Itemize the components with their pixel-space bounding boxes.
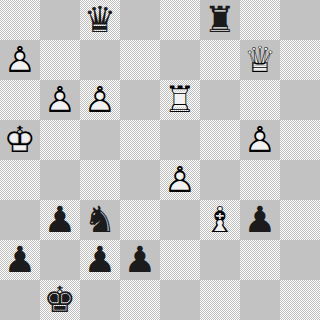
- black-rook-piece[interactable]: ♜: [200, 0, 240, 40]
- white-pawn-outline: ♙: [40, 80, 80, 120]
- square-c8[interactable]: ♛: [80, 0, 120, 40]
- square-h4[interactable]: [280, 160, 320, 200]
- white-queen-piece[interactable]: ♛♕: [240, 40, 280, 80]
- black-king-fill: ♚: [40, 280, 80, 320]
- square-h6[interactable]: [280, 80, 320, 120]
- square-g1[interactable]: [240, 280, 280, 320]
- chess-board: ♛♜♟♙♛♕♟♙♟♙♜♖♚♔♟♙♟♙♟♞♝♗♟♟♟♟♚: [0, 0, 320, 320]
- black-pawn-piece[interactable]: ♟: [240, 200, 280, 240]
- square-h8[interactable]: [280, 0, 320, 40]
- square-b2[interactable]: [40, 240, 80, 280]
- white-pawn-piece[interactable]: ♟♙: [240, 120, 280, 160]
- square-b8[interactable]: [40, 0, 80, 40]
- square-g2[interactable]: [240, 240, 280, 280]
- square-c4[interactable]: [80, 160, 120, 200]
- square-g8[interactable]: [240, 0, 280, 40]
- white-king-piece[interactable]: ♚♔: [0, 120, 40, 160]
- square-d5[interactable]: [120, 120, 160, 160]
- white-bishop-piece[interactable]: ♝♗: [200, 200, 240, 240]
- square-e1[interactable]: [160, 280, 200, 320]
- square-d6[interactable]: [120, 80, 160, 120]
- white-pawn-piece[interactable]: ♟♙: [40, 80, 80, 120]
- square-e3[interactable]: [160, 200, 200, 240]
- square-a3[interactable]: [0, 200, 40, 240]
- square-c2[interactable]: ♟: [80, 240, 120, 280]
- black-pawn-fill: ♟: [240, 200, 280, 240]
- square-h7[interactable]: [280, 40, 320, 80]
- square-a6[interactable]: [0, 80, 40, 120]
- white-queen-outline: ♕: [240, 40, 280, 80]
- square-a8[interactable]: [0, 0, 40, 40]
- square-g4[interactable]: [240, 160, 280, 200]
- black-queen-fill: ♛: [80, 0, 120, 40]
- black-pawn-fill: ♟: [80, 240, 120, 280]
- square-e8[interactable]: [160, 0, 200, 40]
- square-e5[interactable]: [160, 120, 200, 160]
- square-e7[interactable]: [160, 40, 200, 80]
- white-king-outline: ♔: [0, 120, 40, 160]
- square-f5[interactable]: [200, 120, 240, 160]
- square-e2[interactable]: [160, 240, 200, 280]
- black-queen-piece[interactable]: ♛: [80, 0, 120, 40]
- square-b3[interactable]: ♟: [40, 200, 80, 240]
- square-c1[interactable]: [80, 280, 120, 320]
- square-c3[interactable]: ♞: [80, 200, 120, 240]
- square-e6[interactable]: ♜♖: [160, 80, 200, 120]
- square-g3[interactable]: ♟: [240, 200, 280, 240]
- square-d1[interactable]: [120, 280, 160, 320]
- black-pawn-fill: ♟: [0, 240, 40, 280]
- square-d7[interactable]: [120, 40, 160, 80]
- square-d2[interactable]: ♟: [120, 240, 160, 280]
- white-pawn-outline: ♙: [80, 80, 120, 120]
- square-f1[interactable]: [200, 280, 240, 320]
- black-pawn-piece[interactable]: ♟: [0, 240, 40, 280]
- square-d4[interactable]: [120, 160, 160, 200]
- white-pawn-outline: ♙: [0, 40, 40, 80]
- square-c6[interactable]: ♟♙: [80, 80, 120, 120]
- square-f8[interactable]: ♜: [200, 0, 240, 40]
- black-rook-fill: ♜: [200, 0, 240, 40]
- square-f7[interactable]: [200, 40, 240, 80]
- black-pawn-piece[interactable]: ♟: [120, 240, 160, 280]
- square-h2[interactable]: [280, 240, 320, 280]
- square-f4[interactable]: [200, 160, 240, 200]
- square-f3[interactable]: ♝♗: [200, 200, 240, 240]
- square-c7[interactable]: [80, 40, 120, 80]
- square-a5[interactable]: ♚♔: [0, 120, 40, 160]
- square-g7[interactable]: ♛♕: [240, 40, 280, 80]
- square-a4[interactable]: [0, 160, 40, 200]
- square-h5[interactable]: [280, 120, 320, 160]
- black-pawn-piece[interactable]: ♟: [40, 200, 80, 240]
- white-pawn-outline: ♙: [160, 160, 200, 200]
- square-b4[interactable]: [40, 160, 80, 200]
- square-a1[interactable]: [0, 280, 40, 320]
- square-b5[interactable]: [40, 120, 80, 160]
- white-pawn-piece[interactable]: ♟♙: [0, 40, 40, 80]
- black-pawn-fill: ♟: [40, 200, 80, 240]
- square-e4[interactable]: ♟♙: [160, 160, 200, 200]
- white-pawn-outline: ♙: [240, 120, 280, 160]
- white-pawn-piece[interactable]: ♟♙: [80, 80, 120, 120]
- square-a7[interactable]: ♟♙: [0, 40, 40, 80]
- black-pawn-fill: ♟: [120, 240, 160, 280]
- white-rook-piece[interactable]: ♜♖: [160, 80, 200, 120]
- square-c5[interactable]: [80, 120, 120, 160]
- square-f2[interactable]: [200, 240, 240, 280]
- square-f6[interactable]: [200, 80, 240, 120]
- square-b7[interactable]: [40, 40, 80, 80]
- black-knight-fill: ♞: [80, 200, 120, 240]
- square-a2[interactable]: ♟: [0, 240, 40, 280]
- square-g5[interactable]: ♟♙: [240, 120, 280, 160]
- black-pawn-piece[interactable]: ♟: [80, 240, 120, 280]
- square-b6[interactable]: ♟♙: [40, 80, 80, 120]
- square-d8[interactable]: [120, 0, 160, 40]
- white-bishop-outline: ♗: [200, 200, 240, 240]
- white-rook-outline: ♖: [160, 80, 200, 120]
- square-b1[interactable]: ♚: [40, 280, 80, 320]
- square-h3[interactable]: [280, 200, 320, 240]
- white-pawn-piece[interactable]: ♟♙: [160, 160, 200, 200]
- square-g6[interactable]: [240, 80, 280, 120]
- black-king-piece[interactable]: ♚: [40, 280, 80, 320]
- square-h1[interactable]: [280, 280, 320, 320]
- black-knight-piece[interactable]: ♞: [80, 200, 120, 240]
- square-d3[interactable]: [120, 200, 160, 240]
